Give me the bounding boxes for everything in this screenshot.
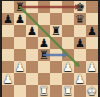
- square-b4[interactable]: [14, 49, 26, 61]
- square-b8[interactable]: ♜: [14, 1, 26, 13]
- black-rook[interactable]: ♜: [39, 49, 49, 61]
- square-g3[interactable]: [74, 61, 86, 73]
- square-b7[interactable]: ♟: [14, 13, 26, 25]
- black-pawn[interactable]: ♟: [87, 25, 97, 37]
- square-f2[interactable]: [62, 73, 74, 85]
- black-pawn[interactable]: ♟: [27, 25, 37, 37]
- square-e5[interactable]: [50, 37, 62, 49]
- square-g1[interactable]: [74, 85, 86, 97]
- square-a7[interactable]: ♟: [2, 13, 14, 25]
- square-g6[interactable]: [74, 25, 86, 37]
- square-f6[interactable]: [62, 25, 74, 37]
- square-d7[interactable]: [38, 13, 50, 25]
- chess-board-screenshot: ♜♚♟♟♛♟♜♟♟♟♜♟♟♟♟♟♜♜♚: [0, 0, 100, 97]
- square-b1[interactable]: [14, 85, 26, 97]
- square-e8[interactable]: [50, 1, 62, 13]
- square-f3[interactable]: ♟: [62, 61, 74, 73]
- square-c7[interactable]: [26, 13, 38, 25]
- square-a5[interactable]: [2, 37, 14, 49]
- square-e2[interactable]: [50, 73, 62, 85]
- square-d4[interactable]: ♜: [38, 49, 50, 61]
- square-a1[interactable]: [2, 85, 14, 97]
- square-d2[interactable]: [38, 73, 50, 85]
- square-g2[interactable]: ♟: [74, 73, 86, 85]
- square-h3[interactable]: ♟: [86, 61, 98, 73]
- square-h1[interactable]: ♚: [86, 85, 98, 97]
- square-h5[interactable]: [86, 37, 98, 49]
- square-b6[interactable]: [14, 25, 26, 37]
- square-g5[interactable]: ♟: [74, 37, 86, 49]
- square-a2[interactable]: ♟: [2, 73, 14, 85]
- black-pawn[interactable]: ♟: [39, 37, 49, 49]
- black-king[interactable]: ♚: [75, 1, 85, 13]
- square-c5[interactable]: [26, 37, 38, 49]
- white-pawn[interactable]: ♟: [3, 73, 13, 85]
- white-rook[interactable]: ♜: [63, 85, 73, 97]
- square-c2[interactable]: [26, 73, 38, 85]
- black-rook[interactable]: ♜: [15, 1, 25, 13]
- square-c3[interactable]: [26, 61, 38, 73]
- square-c8[interactable]: [26, 1, 38, 13]
- square-h4[interactable]: [86, 49, 98, 61]
- square-b3[interactable]: ♟: [14, 61, 26, 73]
- square-d1[interactable]: ♜: [38, 85, 50, 97]
- white-pawn[interactable]: ♟: [15, 61, 25, 73]
- square-c4[interactable]: [26, 49, 38, 61]
- black-rook[interactable]: ♜: [51, 25, 61, 37]
- black-pawn[interactable]: ♟: [15, 13, 25, 25]
- square-e7[interactable]: [50, 13, 62, 25]
- square-f4[interactable]: [62, 49, 74, 61]
- square-h2[interactable]: [86, 73, 98, 85]
- square-d6[interactable]: [38, 25, 50, 37]
- square-c6[interactable]: ♟: [26, 25, 38, 37]
- black-pawn[interactable]: ♟: [75, 37, 85, 49]
- black-pawn[interactable]: ♟: [3, 13, 13, 25]
- square-h8[interactable]: [86, 1, 98, 13]
- square-h7[interactable]: [86, 13, 98, 25]
- square-c1[interactable]: [26, 85, 38, 97]
- square-h6[interactable]: ♟: [86, 25, 98, 37]
- square-d3[interactable]: [38, 61, 50, 73]
- square-f5[interactable]: [62, 37, 74, 49]
- square-g8[interactable]: ♚: [74, 1, 86, 13]
- square-a6[interactable]: [2, 25, 14, 37]
- square-b2[interactable]: [14, 73, 26, 85]
- square-f7[interactable]: [62, 13, 74, 25]
- white-pawn[interactable]: ♟: [87, 61, 97, 73]
- square-a8[interactable]: [2, 1, 14, 13]
- square-g4[interactable]: [74, 49, 86, 61]
- square-e3[interactable]: [50, 61, 62, 73]
- square-f8[interactable]: [62, 1, 74, 13]
- square-e6[interactable]: ♜: [50, 25, 62, 37]
- square-g7[interactable]: ♛: [74, 13, 86, 25]
- square-b5[interactable]: [14, 37, 26, 49]
- white-rook[interactable]: ♜: [39, 85, 49, 97]
- square-d8[interactable]: [38, 1, 50, 13]
- square-a3[interactable]: [2, 61, 14, 73]
- square-e4[interactable]: [50, 49, 62, 61]
- white-king[interactable]: ♚: [87, 85, 97, 97]
- black-queen[interactable]: ♛: [75, 13, 85, 25]
- white-pawn[interactable]: ♟: [63, 61, 73, 73]
- square-e1[interactable]: [50, 85, 62, 97]
- white-pawn[interactable]: ♟: [75, 73, 85, 85]
- chess-board[interactable]: ♜♚♟♟♛♟♜♟♟♟♜♟♟♟♟♟♜♜♚: [2, 1, 98, 97]
- square-f1[interactable]: ♜: [62, 85, 74, 97]
- square-d5[interactable]: ♟: [38, 37, 50, 49]
- square-a4[interactable]: [2, 49, 14, 61]
